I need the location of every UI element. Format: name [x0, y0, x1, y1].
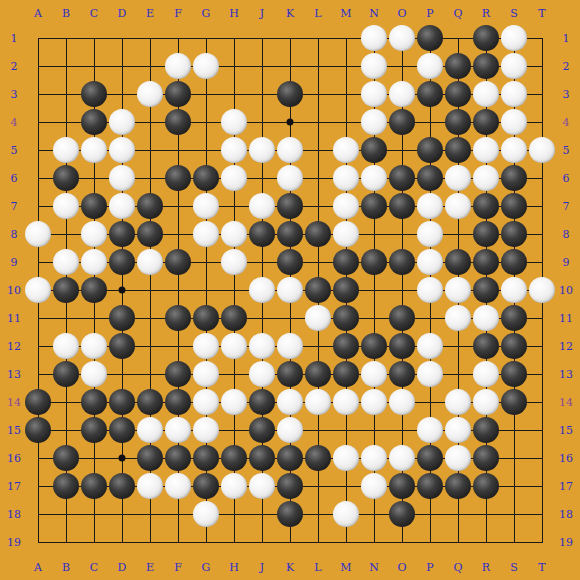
coord-label-right-17: 17 — [559, 481, 573, 492]
coord-label-right-16: 16 — [559, 453, 573, 464]
coord-label-top-N: N — [369, 8, 379, 19]
black-stone-J16 — [249, 445, 275, 471]
black-stone-K9 — [277, 249, 303, 275]
coord-label-top-B: B — [62, 8, 70, 19]
black-stone-O4 — [389, 109, 415, 135]
white-stone-M8 — [333, 221, 359, 247]
coord-label-bottom-L: L — [314, 562, 321, 573]
coord-label-top-R: R — [482, 8, 490, 19]
black-stone-L16 — [305, 445, 331, 471]
black-stone-P5 — [417, 137, 443, 163]
white-stone-D6 — [109, 165, 135, 191]
white-stone-J17 — [249, 473, 275, 499]
coord-label-top-L: L — [314, 8, 321, 19]
white-stone-J5 — [249, 137, 275, 163]
white-stone-E17 — [137, 473, 163, 499]
white-stone-G18 — [193, 501, 219, 527]
white-stone-R11 — [473, 305, 499, 331]
black-stone-B10 — [53, 277, 79, 303]
black-stone-F9 — [165, 249, 191, 275]
coord-label-left-17: 17 — [7, 481, 21, 492]
coord-label-top-C: C — [90, 8, 98, 19]
white-stone-H17 — [221, 473, 247, 499]
coord-label-top-O: O — [397, 8, 406, 19]
black-stone-B13 — [53, 361, 79, 387]
black-stone-R1 — [473, 25, 499, 51]
black-stone-D12 — [109, 333, 135, 359]
coord-label-top-M: M — [340, 8, 351, 19]
white-stone-L11 — [305, 305, 331, 331]
black-stone-P16 — [417, 445, 443, 471]
coord-label-top-Q: Q — [453, 8, 462, 19]
black-stone-O7 — [389, 193, 415, 219]
white-stone-C9 — [81, 249, 107, 275]
black-stone-R4 — [473, 109, 499, 135]
white-stone-Q16 — [445, 445, 471, 471]
black-stone-D17 — [109, 473, 135, 499]
white-stone-C8 — [81, 221, 107, 247]
black-stone-O11 — [389, 305, 415, 331]
black-stone-Q17 — [445, 473, 471, 499]
black-stone-M11 — [333, 305, 359, 331]
black-stone-P17 — [417, 473, 443, 499]
black-stone-R17 — [473, 473, 499, 499]
black-stone-C3 — [81, 81, 107, 107]
black-stone-S7 — [501, 193, 527, 219]
white-stone-N6 — [361, 165, 387, 191]
white-stone-J10 — [249, 277, 275, 303]
white-stone-K14 — [277, 389, 303, 415]
coord-label-bottom-A: A — [34, 562, 42, 573]
white-stone-J12 — [249, 333, 275, 359]
black-stone-M13 — [333, 361, 359, 387]
black-stone-R10 — [473, 277, 499, 303]
white-stone-G15 — [193, 417, 219, 443]
white-stone-T10 — [529, 277, 555, 303]
star-point-D16 — [119, 455, 126, 462]
coord-label-left-9: 9 — [11, 257, 18, 268]
black-stone-L13 — [305, 361, 331, 387]
black-stone-F6 — [165, 165, 191, 191]
black-stone-B16 — [53, 445, 79, 471]
white-stone-H14 — [221, 389, 247, 415]
black-stone-E7 — [137, 193, 163, 219]
coord-label-right-14: 14 — [559, 397, 573, 408]
go-board[interactable]: AABBCCDDEEFFGGHHJJKKLLMMNNOOPPQQRRSSTT11… — [0, 0, 580, 580]
white-stone-M5 — [333, 137, 359, 163]
black-stone-O13 — [389, 361, 415, 387]
white-stone-F17 — [165, 473, 191, 499]
coord-label-left-18: 18 — [7, 509, 21, 520]
black-stone-G6 — [193, 165, 219, 191]
coord-label-top-A: A — [34, 8, 42, 19]
black-stone-D11 — [109, 305, 135, 331]
white-stone-A8 — [25, 221, 51, 247]
white-stone-K10 — [277, 277, 303, 303]
white-stone-N4 — [361, 109, 387, 135]
coord-label-right-12: 12 — [559, 341, 573, 352]
white-stone-H4 — [221, 109, 247, 135]
coord-label-bottom-O: O — [397, 562, 406, 573]
black-stone-E16 — [137, 445, 163, 471]
white-stone-E3 — [137, 81, 163, 107]
white-stone-R14 — [473, 389, 499, 415]
white-stone-H6 — [221, 165, 247, 191]
black-stone-D8 — [109, 221, 135, 247]
white-stone-O14 — [389, 389, 415, 415]
white-stone-Q6 — [445, 165, 471, 191]
coord-label-right-5: 5 — [563, 145, 570, 156]
white-stone-Q14 — [445, 389, 471, 415]
coord-label-left-4: 4 — [11, 117, 18, 128]
white-stone-H8 — [221, 221, 247, 247]
coord-label-left-2: 2 — [11, 61, 18, 72]
white-stone-S5 — [501, 137, 527, 163]
coord-label-bottom-J: J — [260, 562, 264, 573]
black-stone-G16 — [193, 445, 219, 471]
white-stone-D4 — [109, 109, 135, 135]
black-stone-F4 — [165, 109, 191, 135]
coord-label-left-10: 10 — [7, 285, 21, 296]
black-stone-F3 — [165, 81, 191, 107]
black-stone-K8 — [277, 221, 303, 247]
white-stone-E15 — [137, 417, 163, 443]
white-stone-S4 — [501, 109, 527, 135]
black-stone-Q4 — [445, 109, 471, 135]
black-stone-G17 — [193, 473, 219, 499]
coord-label-left-11: 11 — [7, 313, 21, 324]
black-stone-D9 — [109, 249, 135, 275]
black-stone-O9 — [389, 249, 415, 275]
coord-label-left-6: 6 — [11, 173, 18, 184]
white-stone-L14 — [305, 389, 331, 415]
star-point-D10 — [119, 287, 126, 294]
coord-label-top-E: E — [146, 8, 154, 19]
black-stone-A15 — [25, 417, 51, 443]
white-stone-N17 — [361, 473, 387, 499]
coord-label-bottom-M: M — [340, 562, 351, 573]
coord-label-bottom-H: H — [229, 562, 239, 573]
white-stone-P2 — [417, 53, 443, 79]
white-stone-M16 — [333, 445, 359, 471]
white-stone-P9 — [417, 249, 443, 275]
black-stone-F11 — [165, 305, 191, 331]
black-stone-S14 — [501, 389, 527, 415]
white-stone-T5 — [529, 137, 555, 163]
white-stone-H9 — [221, 249, 247, 275]
black-stone-K3 — [277, 81, 303, 107]
white-stone-M6 — [333, 165, 359, 191]
white-stone-B5 — [53, 137, 79, 163]
white-stone-N2 — [361, 53, 387, 79]
white-stone-M18 — [333, 501, 359, 527]
black-stone-S6 — [501, 165, 527, 191]
coord-label-right-7: 7 — [563, 201, 570, 212]
coord-label-right-13: 13 — [559, 369, 573, 380]
coord-label-right-10: 10 — [559, 285, 573, 296]
coord-label-top-S: S — [510, 8, 518, 19]
white-stone-S2 — [501, 53, 527, 79]
black-stone-B17 — [53, 473, 79, 499]
white-stone-N14 — [361, 389, 387, 415]
white-stone-N1 — [361, 25, 387, 51]
coord-label-bottom-G: G — [202, 562, 211, 573]
white-stone-P8 — [417, 221, 443, 247]
black-stone-P1 — [417, 25, 443, 51]
black-stone-J8 — [249, 221, 275, 247]
coord-label-bottom-Q: Q — [453, 562, 462, 573]
coord-label-right-6: 6 — [563, 173, 570, 184]
black-stone-R12 — [473, 333, 499, 359]
white-stone-D5 — [109, 137, 135, 163]
black-stone-C14 — [81, 389, 107, 415]
coord-label-top-F: F — [174, 8, 182, 19]
black-stone-B6 — [53, 165, 79, 191]
black-stone-Q3 — [445, 81, 471, 107]
black-stone-K13 — [277, 361, 303, 387]
coord-label-left-7: 7 — [11, 201, 18, 212]
white-stone-R13 — [473, 361, 499, 387]
black-stone-E8 — [137, 221, 163, 247]
white-stone-C13 — [81, 361, 107, 387]
star-point-K4 — [287, 119, 294, 126]
black-stone-J15 — [249, 417, 275, 443]
black-stone-N12 — [361, 333, 387, 359]
white-stone-B7 — [53, 193, 79, 219]
black-stone-O18 — [389, 501, 415, 527]
coord-label-left-14: 14 — [7, 397, 21, 408]
coord-label-right-2: 2 — [563, 61, 570, 72]
white-stone-M14 — [333, 389, 359, 415]
coord-label-top-P: P — [426, 8, 433, 19]
coord-label-bottom-P: P — [426, 562, 433, 573]
black-stone-E14 — [137, 389, 163, 415]
white-stone-S1 — [501, 25, 527, 51]
black-stone-R8 — [473, 221, 499, 247]
white-stone-F2 — [165, 53, 191, 79]
coord-label-right-19: 19 — [559, 537, 573, 548]
black-stone-N7 — [361, 193, 387, 219]
black-stone-O17 — [389, 473, 415, 499]
coord-label-left-12: 12 — [7, 341, 21, 352]
coord-label-right-4: 4 — [563, 117, 570, 128]
black-stone-A14 — [25, 389, 51, 415]
white-stone-R5 — [473, 137, 499, 163]
white-stone-K6 — [277, 165, 303, 191]
coord-label-bottom-K: K — [286, 562, 294, 573]
black-stone-J14 — [249, 389, 275, 415]
coord-label-right-18: 18 — [559, 509, 573, 520]
white-stone-O3 — [389, 81, 415, 107]
black-stone-R9 — [473, 249, 499, 275]
white-stone-P10 — [417, 277, 443, 303]
black-stone-C10 — [81, 277, 107, 303]
black-stone-P3 — [417, 81, 443, 107]
black-stone-C15 — [81, 417, 107, 443]
white-stone-G7 — [193, 193, 219, 219]
black-stone-Q2 — [445, 53, 471, 79]
black-stone-R7 — [473, 193, 499, 219]
black-stone-S8 — [501, 221, 527, 247]
black-stone-S13 — [501, 361, 527, 387]
white-stone-P12 — [417, 333, 443, 359]
black-stone-L10 — [305, 277, 331, 303]
black-stone-F13 — [165, 361, 191, 387]
coord-label-right-1: 1 — [563, 33, 570, 44]
white-stone-A10 — [25, 277, 51, 303]
coord-label-right-15: 15 — [559, 425, 573, 436]
white-stone-C5 — [81, 137, 107, 163]
white-stone-K5 — [277, 137, 303, 163]
white-stone-Q7 — [445, 193, 471, 219]
white-stone-N3 — [361, 81, 387, 107]
black-stone-O6 — [389, 165, 415, 191]
black-stone-K16 — [277, 445, 303, 471]
white-stone-G8 — [193, 221, 219, 247]
white-stone-G14 — [193, 389, 219, 415]
black-stone-K7 — [277, 193, 303, 219]
white-stone-K12 — [277, 333, 303, 359]
coord-label-right-11: 11 — [559, 313, 573, 324]
coord-label-top-H: H — [229, 8, 239, 19]
white-stone-F15 — [165, 417, 191, 443]
white-stone-D7 — [109, 193, 135, 219]
black-stone-C4 — [81, 109, 107, 135]
coord-label-bottom-N: N — [369, 562, 379, 573]
coord-label-bottom-R: R — [482, 562, 490, 573]
black-stone-H16 — [221, 445, 247, 471]
white-stone-M7 — [333, 193, 359, 219]
coord-label-left-15: 15 — [7, 425, 21, 436]
white-stone-P13 — [417, 361, 443, 387]
black-stone-N9 — [361, 249, 387, 275]
white-stone-N13 — [361, 361, 387, 387]
white-stone-J13 — [249, 361, 275, 387]
white-stone-O1 — [389, 25, 415, 51]
white-stone-B12 — [53, 333, 79, 359]
white-stone-R3 — [473, 81, 499, 107]
coord-label-left-8: 8 — [11, 229, 18, 240]
black-stone-D15 — [109, 417, 135, 443]
coord-label-bottom-B: B — [62, 562, 70, 573]
coord-label-left-1: 1 — [11, 33, 18, 44]
coord-label-top-J: J — [260, 8, 264, 19]
black-stone-K18 — [277, 501, 303, 527]
black-stone-C17 — [81, 473, 107, 499]
coord-label-left-19: 19 — [7, 537, 21, 548]
black-stone-N5 — [361, 137, 387, 163]
black-stone-G11 — [193, 305, 219, 331]
black-stone-O12 — [389, 333, 415, 359]
black-stone-K17 — [277, 473, 303, 499]
black-stone-D14 — [109, 389, 135, 415]
white-stone-R6 — [473, 165, 499, 191]
white-stone-C12 — [81, 333, 107, 359]
white-stone-G12 — [193, 333, 219, 359]
coord-label-top-K: K — [286, 8, 294, 19]
white-stone-K15 — [277, 417, 303, 443]
black-stone-Q9 — [445, 249, 471, 275]
coord-label-right-3: 3 — [563, 89, 570, 100]
coord-label-left-3: 3 — [11, 89, 18, 100]
black-stone-S9 — [501, 249, 527, 275]
coord-label-bottom-E: E — [146, 562, 154, 573]
coord-label-bottom-D: D — [118, 562, 127, 573]
white-stone-S3 — [501, 81, 527, 107]
coord-label-top-T: T — [538, 8, 545, 19]
black-stone-P6 — [417, 165, 443, 191]
coord-label-bottom-F: F — [174, 562, 182, 573]
coord-label-bottom-T: T — [538, 562, 545, 573]
coord-label-bottom-S: S — [510, 562, 518, 573]
white-stone-H12 — [221, 333, 247, 359]
black-stone-S12 — [501, 333, 527, 359]
white-stone-Q10 — [445, 277, 471, 303]
white-stone-E9 — [137, 249, 163, 275]
white-stone-H5 — [221, 137, 247, 163]
white-stone-Q11 — [445, 305, 471, 331]
white-stone-P15 — [417, 417, 443, 443]
coord-label-left-16: 16 — [7, 453, 21, 464]
white-stone-O16 — [389, 445, 415, 471]
black-stone-R15 — [473, 417, 499, 443]
black-stone-H11 — [221, 305, 247, 331]
white-stone-G2 — [193, 53, 219, 79]
white-stone-N16 — [361, 445, 387, 471]
black-stone-R2 — [473, 53, 499, 79]
white-stone-Q15 — [445, 417, 471, 443]
coord-label-left-5: 5 — [11, 145, 18, 156]
coord-label-right-9: 9 — [563, 257, 570, 268]
white-stone-J7 — [249, 193, 275, 219]
black-stone-C7 — [81, 193, 107, 219]
white-stone-S10 — [501, 277, 527, 303]
black-stone-M12 — [333, 333, 359, 359]
black-stone-F14 — [165, 389, 191, 415]
black-stone-L8 — [305, 221, 331, 247]
black-stone-R16 — [473, 445, 499, 471]
white-stone-G13 — [193, 361, 219, 387]
black-stone-Q5 — [445, 137, 471, 163]
coord-label-bottom-C: C — [90, 562, 98, 573]
coord-label-top-G: G — [202, 8, 211, 19]
black-stone-S11 — [501, 305, 527, 331]
coord-label-top-D: D — [118, 8, 127, 19]
black-stone-M9 — [333, 249, 359, 275]
black-stone-F16 — [165, 445, 191, 471]
coord-label-left-13: 13 — [7, 369, 21, 380]
white-stone-B9 — [53, 249, 79, 275]
black-stone-M10 — [333, 277, 359, 303]
coord-label-right-8: 8 — [563, 229, 570, 240]
white-stone-P7 — [417, 193, 443, 219]
